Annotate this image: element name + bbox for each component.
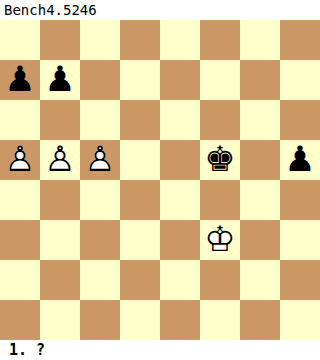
square-c2[interactable] [80,260,120,300]
white-king-outline: ♔ [200,219,240,259]
black-king-glyph: ♚ [200,139,240,179]
square-f7[interactable] [200,60,240,100]
square-e7[interactable] [160,60,200,100]
square-f5[interactable]: ♚ [200,140,240,180]
square-g5[interactable] [240,140,280,180]
square-g3[interactable] [240,220,280,260]
square-e5[interactable] [160,140,200,180]
square-c4[interactable] [80,180,120,220]
square-f4[interactable] [200,180,240,220]
square-b7[interactable]: ♟ [40,60,80,100]
square-e1[interactable] [160,300,200,340]
square-a2[interactable] [0,260,40,300]
square-f2[interactable] [200,260,240,300]
status-bar: 1. ? [0,340,320,360]
square-c5[interactable]: ♟♙ [80,140,120,180]
white-pawn[interactable]: ♟♙ [40,140,80,180]
square-b6[interactable] [40,100,80,140]
black-pawn-glyph: ♟ [40,59,80,99]
square-h5[interactable]: ♟ [280,140,320,180]
black-pawn-glyph: ♟ [0,59,40,99]
square-d5[interactable] [120,140,160,180]
square-g8[interactable] [240,20,280,60]
square-a1[interactable] [0,300,40,340]
title-bar: Bench4.5246 [0,0,320,20]
chess-app-window: Bench4.5246 ♟♟♟♙♟♙♟♙♚♟♚♔ 1. ? [0,0,320,360]
square-b2[interactable] [40,260,80,300]
square-c6[interactable] [80,100,120,140]
square-f1[interactable] [200,300,240,340]
square-h2[interactable] [280,260,320,300]
white-king[interactable]: ♚♔ [200,220,240,260]
move-prompt: 1. ? [9,341,45,359]
page-title: Bench4.5246 [4,2,97,18]
square-b8[interactable] [40,20,80,60]
black-king[interactable]: ♚ [200,140,240,180]
square-c7[interactable] [80,60,120,100]
black-pawn-glyph: ♟ [280,139,320,179]
square-a8[interactable] [0,20,40,60]
square-d1[interactable] [120,300,160,340]
square-h6[interactable] [280,100,320,140]
square-b4[interactable] [40,180,80,220]
square-b3[interactable] [40,220,80,260]
chess-board[interactable]: ♟♟♟♙♟♙♟♙♚♟♚♔ [0,20,320,340]
square-d2[interactable] [120,260,160,300]
square-e4[interactable] [160,180,200,220]
square-b1[interactable] [40,300,80,340]
square-g7[interactable] [240,60,280,100]
square-g4[interactable] [240,180,280,220]
white-pawn[interactable]: ♟♙ [80,140,120,180]
square-b5[interactable]: ♟♙ [40,140,80,180]
square-h3[interactable] [280,220,320,260]
square-f8[interactable] [200,20,240,60]
square-g6[interactable] [240,100,280,140]
square-h4[interactable] [280,180,320,220]
square-e2[interactable] [160,260,200,300]
square-h8[interactable] [280,20,320,60]
square-e8[interactable] [160,20,200,60]
square-a3[interactable] [0,220,40,260]
square-c1[interactable] [80,300,120,340]
square-d4[interactable] [120,180,160,220]
square-f3[interactable]: ♚♔ [200,220,240,260]
black-pawn[interactable]: ♟ [40,60,80,100]
white-pawn-outline: ♙ [0,139,40,179]
square-c8[interactable] [80,20,120,60]
square-a7[interactable]: ♟ [0,60,40,100]
square-c3[interactable] [80,220,120,260]
square-f6[interactable] [200,100,240,140]
square-a6[interactable] [0,100,40,140]
black-pawn[interactable]: ♟ [280,140,320,180]
square-d6[interactable] [120,100,160,140]
white-pawn-outline: ♙ [40,139,80,179]
square-h7[interactable] [280,60,320,100]
square-g1[interactable] [240,300,280,340]
white-pawn-outline: ♙ [80,139,120,179]
square-a5[interactable]: ♟♙ [0,140,40,180]
square-d7[interactable] [120,60,160,100]
square-h1[interactable] [280,300,320,340]
square-e3[interactable] [160,220,200,260]
square-a4[interactable] [0,180,40,220]
white-pawn[interactable]: ♟♙ [0,140,40,180]
black-pawn[interactable]: ♟ [0,60,40,100]
square-e6[interactable] [160,100,200,140]
square-d8[interactable] [120,20,160,60]
square-g2[interactable] [240,260,280,300]
square-d3[interactable] [120,220,160,260]
